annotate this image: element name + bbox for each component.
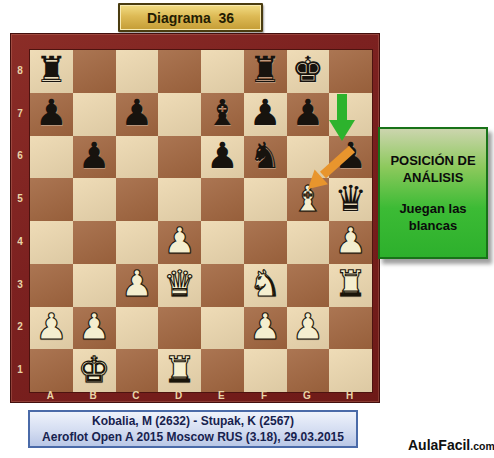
square-g1: [287, 349, 330, 392]
square-b8: [73, 50, 116, 93]
white-pawn: ♟: [78, 309, 110, 345]
square-a3: [30, 264, 73, 307]
white-queen: ♛: [163, 266, 195, 302]
square-c6: [116, 136, 159, 179]
file-label-f: F: [243, 389, 286, 402]
file-label-e: E: [200, 389, 243, 402]
white-pawn: ♟: [334, 223, 366, 259]
black-pawn: ♟: [35, 95, 67, 131]
square-h7: [329, 93, 372, 136]
black-pawn: ♟: [334, 138, 366, 174]
site-logo-tld: .com: [470, 440, 494, 452]
square-g8: ♚: [287, 50, 330, 93]
square-h8: [329, 50, 372, 93]
diagram-page: Diagrama 36 87654321 ♜♜♚♟♟♝♟♟♟♟♞♟♝♛♟♟♟♛♞…: [0, 0, 494, 458]
caption-players: Kobalia, M (2632) - Stupak, K (2567): [92, 413, 294, 429]
white-pawn: ♟: [163, 223, 195, 259]
white-knight: ♞: [249, 266, 281, 302]
chess-board-frame: 87654321 ♜♜♚♟♟♝♟♟♟♟♞♟♝♛♟♟♟♛♞♜♟♟♟♟♚♜ ABCD…: [10, 33, 380, 403]
square-c5: [116, 178, 159, 221]
square-c1: [116, 349, 159, 392]
square-g5: ♝: [287, 178, 330, 221]
square-b3: [73, 264, 116, 307]
square-h4: ♟: [329, 221, 372, 264]
square-f5: [244, 178, 287, 221]
board-grid: ♜♜♚♟♟♝♟♟♟♟♞♟♝♛♟♟♟♛♞♜♟♟♟♟♚♜: [29, 49, 373, 393]
square-b6: ♟: [73, 136, 116, 179]
file-label-g: G: [286, 389, 329, 402]
white-king: ♚: [78, 352, 110, 388]
square-e8: [201, 50, 244, 93]
square-d2: [158, 307, 201, 350]
square-b4: [73, 221, 116, 264]
file-label-h: H: [328, 389, 371, 402]
square-d7: [158, 93, 201, 136]
white-rook: ♜: [163, 352, 195, 388]
square-f2: ♟: [244, 307, 287, 350]
square-c4: [116, 221, 159, 264]
square-d3: ♛: [158, 264, 201, 307]
square-a6: [30, 136, 73, 179]
square-f1: [244, 349, 287, 392]
square-c2: [116, 307, 159, 350]
square-h5: ♛: [329, 178, 372, 221]
analysis-panel-heading: POSICIÓN DE ANÁLISIS: [390, 152, 475, 186]
diagram-title-box: Diagrama 36: [118, 3, 263, 32]
square-d4: ♟: [158, 221, 201, 264]
white-bishop: ♝: [292, 181, 324, 217]
black-knight: ♞: [249, 138, 281, 174]
black-pawn: ♟: [121, 95, 153, 131]
square-a4: [30, 221, 73, 264]
black-pawn: ♟: [249, 95, 281, 131]
white-pawn: ♟: [35, 309, 67, 345]
game-caption-box: Kobalia, M (2632) - Stupak, K (2567) Aer…: [28, 410, 358, 448]
square-a2: ♟: [30, 307, 73, 350]
square-h6: ♟: [329, 136, 372, 179]
site-logo-name: AulaFacil: [408, 437, 470, 453]
square-d1: ♜: [158, 349, 201, 392]
black-pawn: ♟: [292, 95, 324, 131]
square-f6: ♞: [244, 136, 287, 179]
square-f4: [244, 221, 287, 264]
square-c7: ♟: [116, 93, 159, 136]
square-e3: [201, 264, 244, 307]
file-labels: ABCDEFGH: [29, 389, 371, 402]
square-a7: ♟: [30, 93, 73, 136]
square-h2: [329, 307, 372, 350]
square-e4: [201, 221, 244, 264]
square-g7: ♟: [287, 93, 330, 136]
square-c3: ♟: [116, 264, 159, 307]
square-g2: ♟: [287, 307, 330, 350]
rank-label-6: 6: [11, 135, 29, 178]
white-pawn: ♟: [292, 309, 324, 345]
rank-label-5: 5: [11, 177, 29, 220]
black-bishop: ♝: [206, 95, 238, 131]
file-label-b: B: [72, 389, 115, 402]
square-d6: [158, 136, 201, 179]
analysis-panel: POSICIÓN DE ANÁLISIS Juegan las blancas: [378, 127, 488, 259]
file-label-a: A: [29, 389, 72, 402]
square-e5: [201, 178, 244, 221]
square-a5: [30, 178, 73, 221]
rank-label-4: 4: [11, 220, 29, 263]
square-h3: ♜: [329, 264, 372, 307]
rank-label-3: 3: [11, 263, 29, 306]
square-f7: ♟: [244, 93, 287, 136]
rank-labels: 87654321: [11, 49, 29, 391]
square-h1: [329, 349, 372, 392]
square-d5: [158, 178, 201, 221]
square-b1: ♚: [73, 349, 116, 392]
square-b2: ♟: [73, 307, 116, 350]
rank-label-7: 7: [11, 92, 29, 135]
black-rook: ♜: [35, 52, 67, 88]
square-e2: [201, 307, 244, 350]
rank-label-1: 1: [11, 348, 29, 391]
square-c8: [116, 50, 159, 93]
square-g4: [287, 221, 330, 264]
white-rook: ♜: [334, 266, 366, 302]
square-f8: ♜: [244, 50, 287, 93]
file-label-c: C: [115, 389, 158, 402]
square-e7: ♝: [201, 93, 244, 136]
square-a1: [30, 349, 73, 392]
square-b7: [73, 93, 116, 136]
square-b5: [73, 178, 116, 221]
black-king: ♚: [292, 52, 324, 88]
square-e6: ♟: [201, 136, 244, 179]
white-pawn: ♟: [249, 309, 281, 345]
square-g6: [287, 136, 330, 179]
square-d8: [158, 50, 201, 93]
analysis-panel-subheading: Juegan las blancas: [399, 200, 466, 234]
diagram-title: Diagrama 36: [147, 10, 234, 26]
square-a8: ♜: [30, 50, 73, 93]
square-g3: [287, 264, 330, 307]
site-logo: AulaFacil.com: [408, 436, 494, 454]
black-pawn: ♟: [78, 138, 110, 174]
square-e1: [201, 349, 244, 392]
square-f3: ♞: [244, 264, 287, 307]
black-pawn: ♟: [206, 138, 238, 174]
black-queen: ♛: [334, 181, 366, 217]
rank-label-2: 2: [11, 306, 29, 349]
rank-label-8: 8: [11, 49, 29, 92]
black-rook: ♜: [249, 52, 281, 88]
file-label-d: D: [157, 389, 200, 402]
white-pawn: ♟: [121, 266, 153, 302]
caption-event: Aeroflot Open A 2015 Moscow RUS (3.18), …: [42, 429, 344, 445]
